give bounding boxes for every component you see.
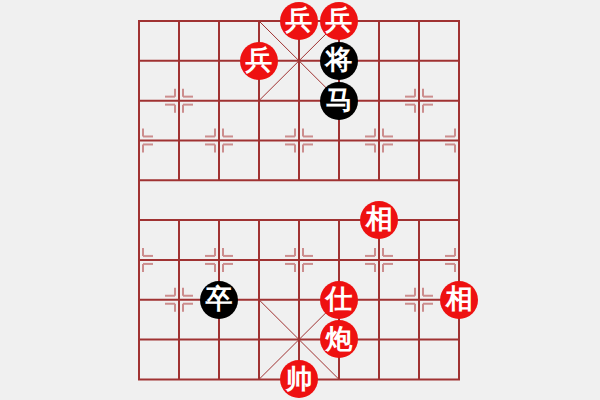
piece-black-horse[interactable]: 马 (320, 82, 358, 120)
piece-red-elephant[interactable]: 相 (440, 281, 478, 319)
piece-black-general[interactable]: 将 (320, 42, 358, 80)
piece-red-advisor[interactable]: 仕 (320, 281, 358, 319)
xiangqi-board: 兵兵兵将马相卒仕相炮帅 (0, 0, 600, 400)
piece-black-soldier[interactable]: 卒 (200, 281, 238, 319)
pieces-layer: 兵兵兵将马相卒仕相炮帅 (119, 1, 479, 399)
piece-red-soldier[interactable]: 兵 (320, 2, 358, 40)
piece-red-cannon[interactable]: 炮 (320, 320, 358, 358)
piece-red-general[interactable]: 帅 (280, 360, 318, 398)
piece-red-soldier[interactable]: 兵 (280, 2, 318, 40)
piece-red-elephant[interactable]: 相 (360, 201, 398, 239)
piece-red-soldier[interactable]: 兵 (240, 42, 278, 80)
